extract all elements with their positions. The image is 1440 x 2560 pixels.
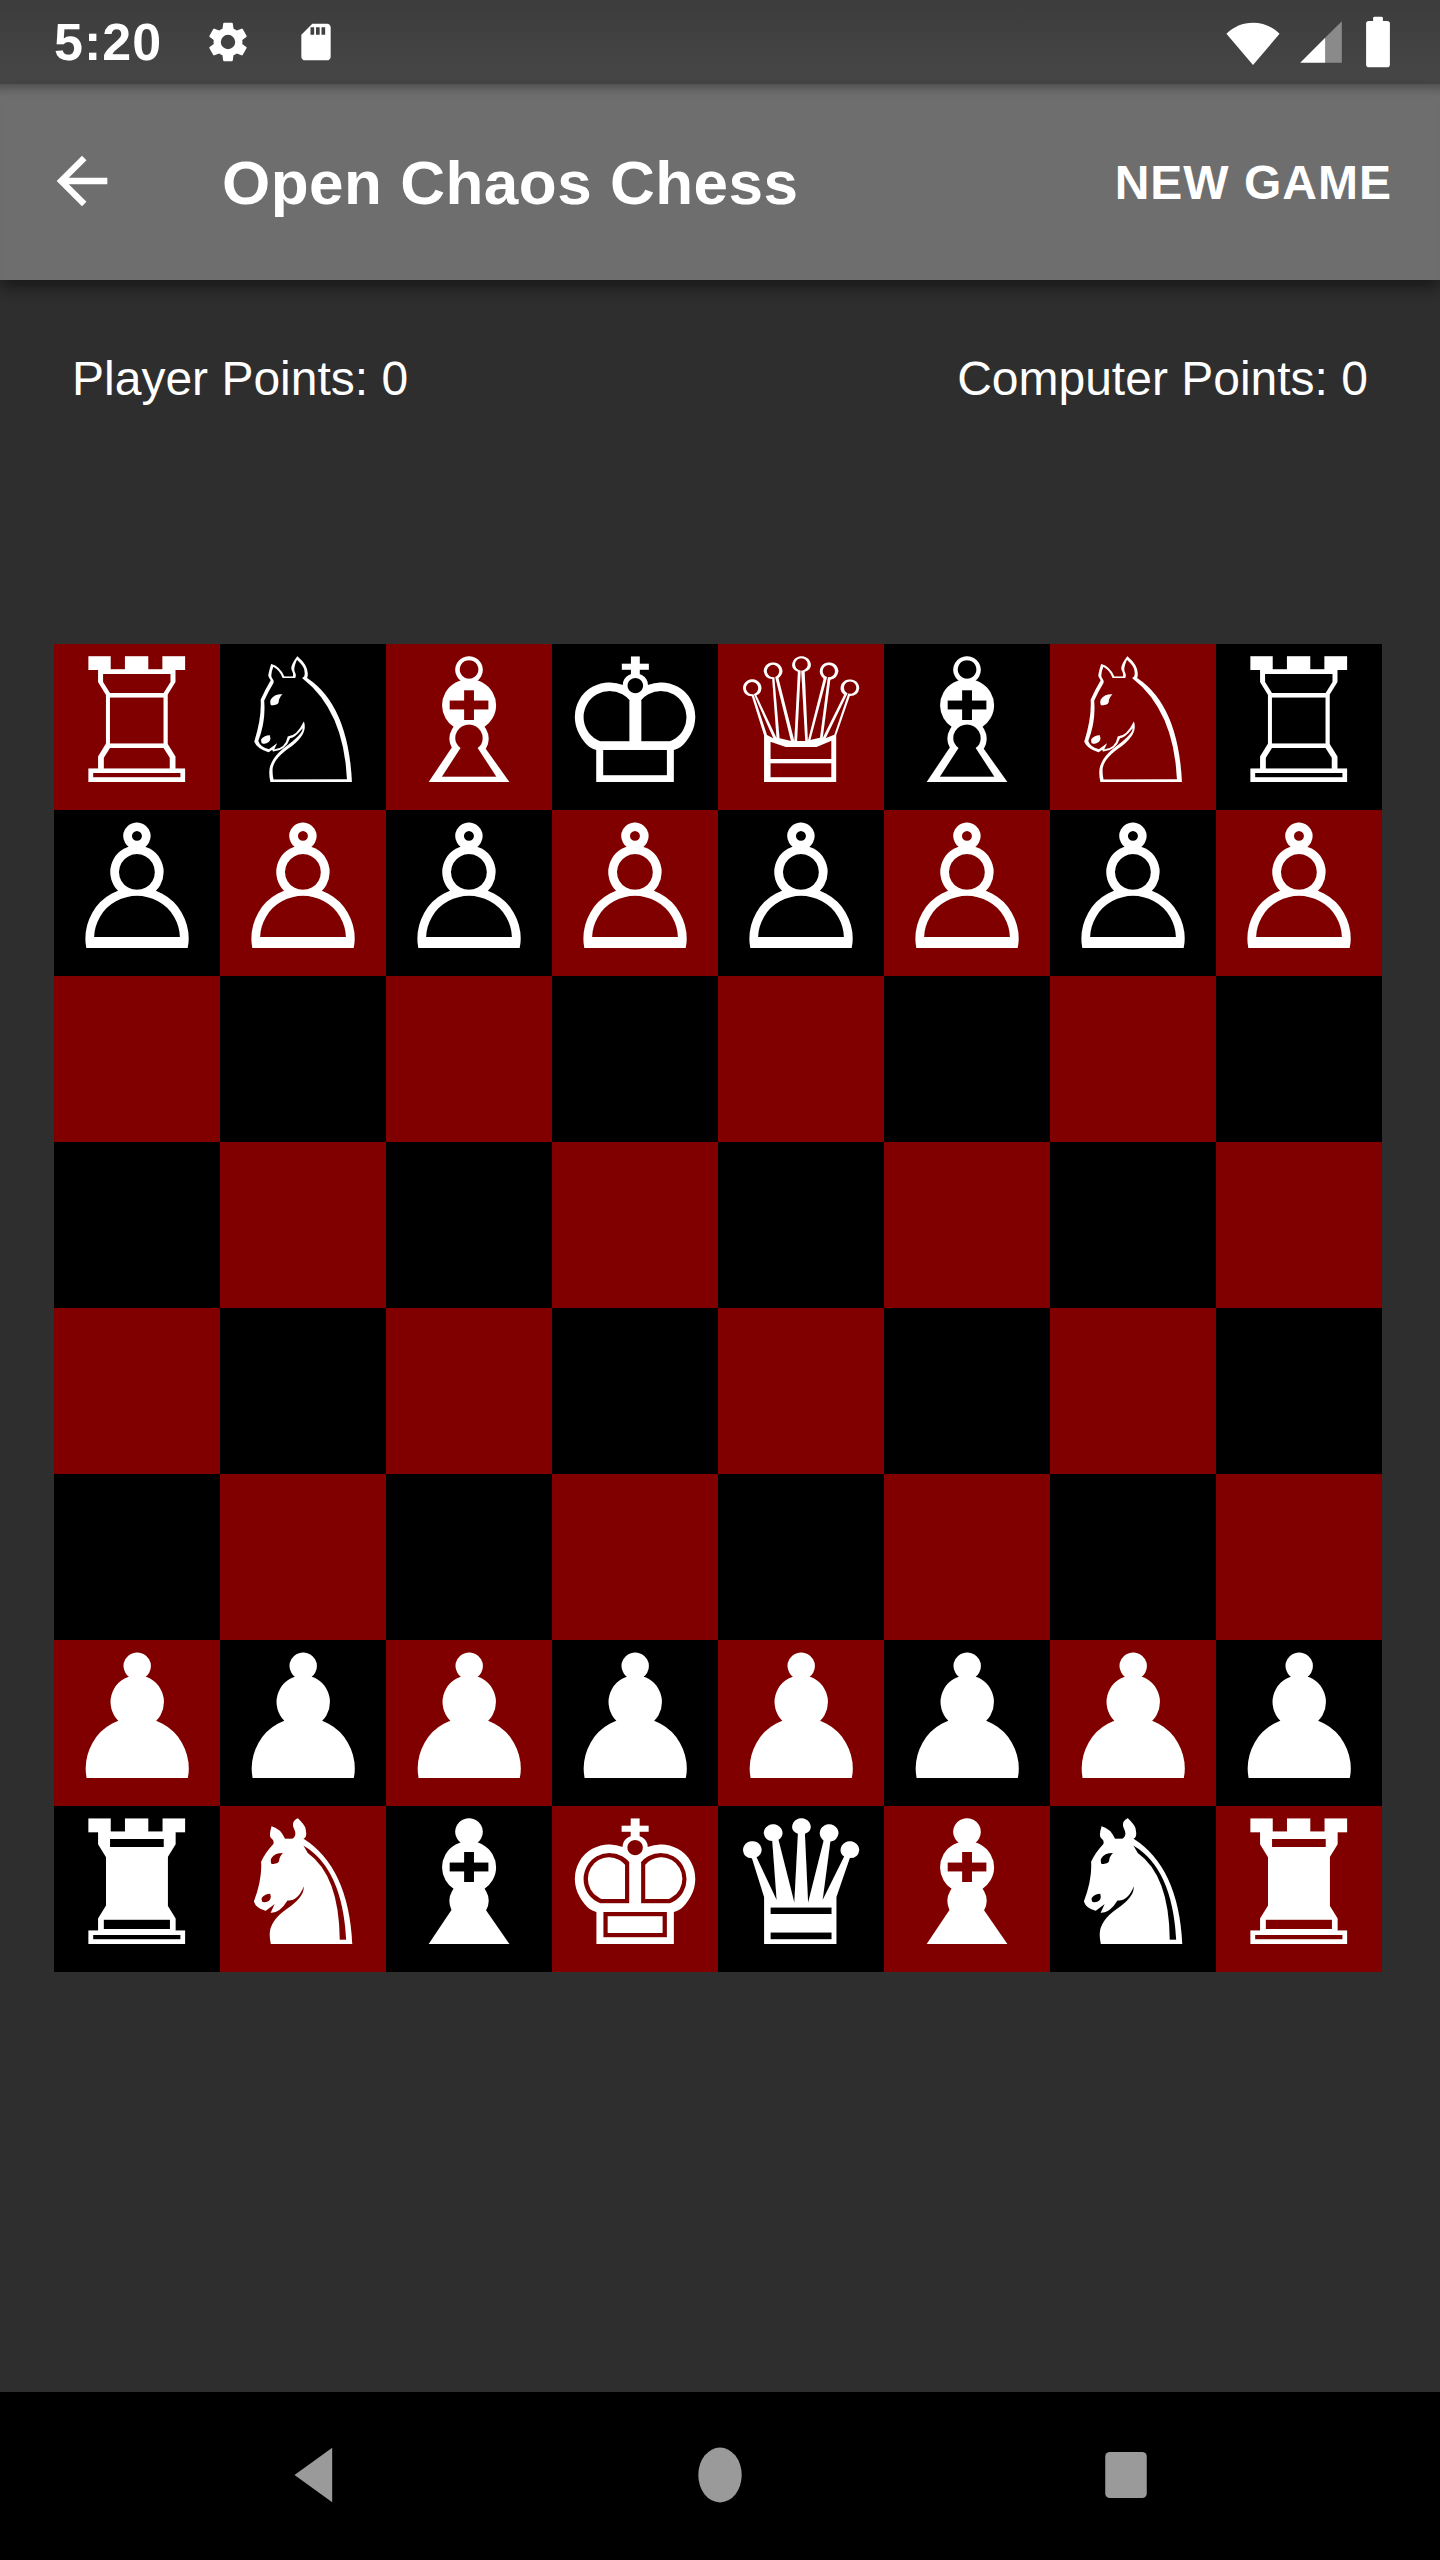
clock: 5:20 [54,12,162,72]
game-screen-content: Player Points: 0 Computer Points: 0 ♖♘♗♔… [0,280,1440,2392]
board-square[interactable]: ♟ [386,1640,552,1806]
solid-king-piece: ♚ [558,1799,712,1971]
player-points-label: Player Points: [72,352,368,405]
outline-pawn-piece: ♙ [1222,803,1376,975]
outline-pawn-piece: ♙ [226,803,380,975]
board-square[interactable]: ♜ [54,1806,220,1972]
board-square[interactable] [718,976,884,1142]
board-square[interactable] [1216,1308,1382,1474]
board-square[interactable]: ♞ [220,1806,386,1972]
board-square[interactable]: ♜ [1216,1806,1382,1972]
board-square[interactable] [386,976,552,1142]
board-square[interactable] [54,1308,220,1474]
board-square[interactable] [386,1308,552,1474]
outline-pawn-piece: ♙ [60,803,214,975]
board-square[interactable] [884,1474,1050,1640]
solid-pawn-piece: ♟ [226,1633,380,1805]
board-square[interactable] [718,1308,884,1474]
board-square[interactable]: ♖ [1216,644,1382,810]
home-circle-icon [692,2443,748,2510]
board-square[interactable] [884,976,1050,1142]
solid-pawn-piece: ♟ [890,1633,1044,1805]
board-square[interactable] [884,1142,1050,1308]
board-square[interactable]: ♙ [1216,810,1382,976]
board-square[interactable]: ♗ [884,644,1050,810]
board-square[interactable]: ♕ [718,644,884,810]
computer-points-value: 0 [1341,352,1368,405]
new-game-button[interactable]: NEW GAME [1095,135,1412,230]
outline-pawn-piece: ♙ [724,803,878,975]
outline-pawn-piece: ♙ [890,803,1044,975]
recents-square-icon [1100,2445,1152,2508]
solid-pawn-piece: ♟ [392,1633,546,1805]
computer-points-label: Computer Points: [957,352,1328,405]
solid-rook-piece: ♜ [60,1799,214,1971]
board-square[interactable] [1216,976,1382,1142]
player-points-value: 0 [381,352,408,405]
status-bar: 5:20 [0,0,1440,84]
solid-pawn-piece: ♟ [1222,1633,1376,1805]
app-bar: Open Chaos Chess NEW GAME [0,84,1440,280]
chess-board: ♖♘♗♔♕♗♘♖♙♙♙♙♙♙♙♙♟♟♟♟♟♟♟♟♜♞♝♚♛♝♞♜ [54,644,1382,1972]
board-square[interactable] [1216,1142,1382,1308]
board-square[interactable]: ♟ [220,1640,386,1806]
solid-knight-piece: ♞ [226,1799,380,1971]
board-square[interactable] [552,1142,718,1308]
board-square[interactable] [1050,976,1216,1142]
outline-bishop-piece: ♗ [392,637,546,809]
board-square[interactable]: ♟ [1216,1640,1382,1806]
board-square[interactable]: ♔ [552,644,718,810]
solid-pawn-piece: ♟ [724,1633,878,1805]
board-square[interactable]: ♖ [54,644,220,810]
phone-screen: 5:20 [0,0,1440,2560]
nav-back-button[interactable] [284,2446,344,2506]
board-square[interactable]: ♗ [386,644,552,810]
board-square[interactable]: ♘ [220,644,386,810]
board-square[interactable]: ♙ [54,810,220,976]
solid-rook-piece: ♜ [1222,1799,1376,1971]
back-button[interactable] [34,134,130,230]
board-square[interactable] [386,1142,552,1308]
board-square[interactable]: ♟ [884,1640,1050,1806]
board-square[interactable]: ♙ [884,810,1050,976]
outline-knight-piece: ♘ [226,637,380,809]
page-title: Open Chaos Chess [222,147,798,218]
outline-rook-piece: ♖ [1222,637,1376,809]
board-square[interactable] [552,1308,718,1474]
board-square[interactable] [552,1474,718,1640]
solid-pawn-piece: ♟ [1056,1633,1210,1805]
outline-king-piece: ♔ [558,637,712,809]
sd-card-icon [294,18,338,66]
board-square[interactable]: ♙ [1050,810,1216,976]
wifi-icon [1224,13,1282,71]
arrow-left-icon [44,143,120,222]
outline-pawn-piece: ♙ [392,803,546,975]
nav-recents-button[interactable] [1096,2446,1156,2506]
board-square[interactable]: ♙ [718,810,884,976]
board-square[interactable]: ♙ [552,810,718,976]
android-nav-bar [0,2392,1440,2560]
solid-knight-piece: ♞ [1056,1799,1210,1971]
board-square[interactable] [718,1142,884,1308]
board-square[interactable] [884,1308,1050,1474]
nav-home-button[interactable] [690,2446,750,2506]
board-square[interactable]: ♟ [552,1640,718,1806]
outline-rook-piece: ♖ [60,637,214,809]
score-row: Player Points: 0 Computer Points: 0 [0,350,1440,408]
gear-icon [204,18,252,66]
board-square[interactable] [1050,1308,1216,1474]
cell-signal-icon [1296,17,1346,67]
board-square[interactable] [54,1474,220,1640]
board-square[interactable]: ♘ [1050,644,1216,810]
board-square[interactable] [552,976,718,1142]
outline-queen-piece: ♕ [724,637,878,809]
board-square[interactable] [54,1142,220,1308]
outline-bishop-piece: ♗ [890,637,1044,809]
board-square[interactable] [1216,1474,1382,1640]
board-square[interactable] [220,1308,386,1474]
board-square[interactable]: ♟ [1050,1640,1216,1806]
battery-icon [1360,14,1396,70]
solid-bishop-piece: ♝ [890,1799,1044,1971]
board-square[interactable] [220,1142,386,1308]
outline-pawn-piece: ♙ [558,803,712,975]
board-square[interactable]: ♙ [386,810,552,976]
board-square[interactable]: ♚ [552,1806,718,1972]
board-square[interactable] [220,976,386,1142]
back-triangle-icon [288,2443,340,2510]
computer-points: Computer Points: 0 [957,350,1368,408]
board-square[interactable] [1050,1474,1216,1640]
board-square[interactable] [718,1474,884,1640]
board-square[interactable]: ♟ [54,1640,220,1806]
outline-knight-piece: ♘ [1056,637,1210,809]
outline-pawn-piece: ♙ [1056,803,1210,975]
board-square[interactable]: ♞ [1050,1806,1216,1972]
solid-bishop-piece: ♝ [392,1799,546,1971]
board-square[interactable] [54,976,220,1142]
board-square[interactable]: ♙ [220,810,386,976]
solid-pawn-piece: ♟ [558,1633,712,1805]
board-square[interactable] [220,1474,386,1640]
solid-queen-piece: ♛ [724,1799,878,1971]
board-square[interactable] [1050,1142,1216,1308]
solid-pawn-piece: ♟ [60,1633,214,1805]
board-square[interactable]: ♝ [386,1806,552,1972]
board-square[interactable]: ♝ [884,1806,1050,1972]
board-square[interactable] [386,1474,552,1640]
board-square[interactable]: ♟ [718,1640,884,1806]
board-square[interactable]: ♛ [718,1806,884,1972]
player-points: Player Points: 0 [72,350,408,408]
